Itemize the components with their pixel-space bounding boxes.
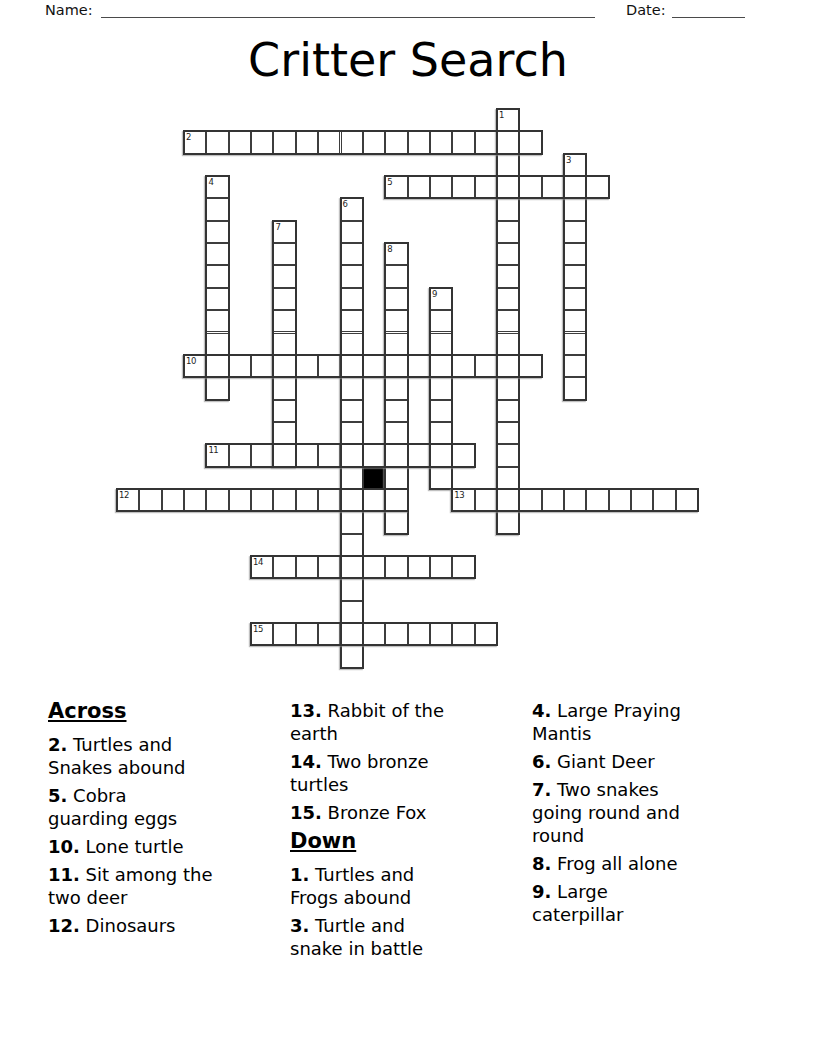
grid-cell[interactable]	[341, 511, 363, 533]
grid-cell[interactable]	[497, 400, 519, 422]
grid-cell[interactable]	[430, 400, 452, 422]
grid-cell[interactable]	[497, 377, 519, 399]
grid-cell[interactable]	[430, 288, 452, 310]
page-title: Critter Search	[0, 33, 816, 88]
grid-cell[interactable]	[184, 131, 206, 153]
grid-cell[interactable]	[341, 645, 363, 667]
grid-cell[interactable]	[631, 489, 653, 511]
grid-cell[interactable]	[318, 444, 340, 466]
grid-cell[interactable]	[273, 623, 295, 645]
grid-cell[interactable]	[430, 422, 452, 444]
grid-cell[interactable]	[296, 444, 318, 466]
clue-number-label: 14.	[290, 751, 322, 772]
grid-cell[interactable]	[341, 221, 363, 243]
grid-cell[interactable]	[497, 243, 519, 265]
grid-cell[interactable]	[385, 333, 407, 355]
grid-cell[interactable]	[341, 444, 363, 466]
grid-cell[interactable]	[564, 221, 586, 243]
grid-cell[interactable]	[497, 489, 519, 511]
grid-cell[interactable]	[318, 556, 340, 578]
grid-cell[interactable]	[363, 489, 385, 511]
grid-cell[interactable]	[452, 444, 474, 466]
grid-cell[interactable]	[341, 556, 363, 578]
grid-cell[interactable]	[206, 176, 228, 198]
clue-number-label: 7.	[532, 779, 551, 800]
grid-cell[interactable]	[519, 355, 541, 377]
grid-cell[interactable]	[385, 355, 407, 377]
grid-cell[interactable]	[564, 333, 586, 355]
grid-cell[interactable]	[341, 243, 363, 265]
grid-cell[interactable]	[564, 265, 586, 287]
grid-cell[interactable]	[273, 556, 295, 578]
grid-cell[interactable]	[586, 489, 608, 511]
grid-cell[interactable]	[341, 131, 363, 153]
grid-cell[interactable]	[139, 489, 161, 511]
grid-cell[interactable]	[273, 221, 295, 243]
clue-8: 8. Frog all alone	[532, 852, 760, 875]
grid-cell[interactable]	[385, 556, 407, 578]
grid-cell[interactable]	[341, 422, 363, 444]
grid-cell[interactable]	[497, 131, 519, 153]
clue-number-label: 3.	[290, 915, 309, 936]
grid-cell[interactable]	[251, 444, 273, 466]
grid-cell[interactable]	[273, 310, 295, 332]
grid-cell[interactable]	[296, 489, 318, 511]
grid-cell[interactable]	[318, 131, 340, 153]
grid-cell[interactable]	[206, 131, 228, 153]
grid-cell[interactable]	[385, 131, 407, 153]
grid-cell[interactable]	[497, 154, 519, 176]
clue-15: 15. Bronze Fox	[290, 801, 518, 824]
grid-cell[interactable]	[497, 422, 519, 444]
grid-cell[interactable]	[206, 310, 228, 332]
grid-cell[interactable]	[273, 355, 295, 377]
grid-cell[interactable]	[564, 377, 586, 399]
grid-cell[interactable]	[296, 623, 318, 645]
grid-cell[interactable]	[206, 377, 228, 399]
clue-5: 5. Cobraguarding eggs	[48, 784, 284, 830]
grid-cell[interactable]	[430, 176, 452, 198]
clue-7: 7. Two snakesgoing round andround	[532, 778, 760, 847]
grid-cell[interactable]	[609, 489, 631, 511]
grid-cell[interactable]	[408, 444, 430, 466]
grid-cell[interactable]	[542, 489, 564, 511]
grid-cell[interactable]	[341, 489, 363, 511]
grid-cell[interactable]	[184, 355, 206, 377]
crossword-grid: 123456789101112131415	[117, 109, 699, 669]
grid-cell[interactable]	[430, 355, 452, 377]
grid-cell[interactable]	[251, 623, 273, 645]
grid-cell[interactable]	[519, 176, 541, 198]
grid-cell[interactable]	[206, 444, 228, 466]
clue-number-label: 9.	[532, 881, 551, 902]
grid-cell[interactable]	[251, 131, 273, 153]
grid-cell[interactable]	[251, 355, 273, 377]
grid-cell[interactable]	[206, 489, 228, 511]
grid-cell[interactable]	[430, 333, 452, 355]
grid-cell[interactable]	[385, 176, 407, 198]
grid-cell[interactable]	[341, 601, 363, 623]
grid-cell[interactable]	[229, 489, 251, 511]
grid-cell[interactable]	[430, 467, 452, 489]
grid-cell[interactable]	[430, 623, 452, 645]
clue-number-label: 4.	[532, 700, 551, 721]
grid-cell[interactable]	[497, 176, 519, 198]
grid-cell[interactable]	[385, 377, 407, 399]
clue-13: 13. Rabbit of theearth	[290, 699, 518, 745]
grid-cell[interactable]	[385, 511, 407, 533]
clue-4: 4. Large PrayingMantis	[532, 699, 760, 745]
grid-cell[interactable]	[497, 109, 519, 131]
name-blank-line[interactable]	[101, 2, 595, 18]
grid-cell[interactable]	[206, 198, 228, 220]
grid-cell[interactable]	[564, 310, 586, 332]
grid-cell[interactable]	[475, 623, 497, 645]
grid-cell[interactable]	[497, 265, 519, 287]
grid-cell[interactable]	[341, 578, 363, 600]
grid-cell[interactable]	[564, 489, 586, 511]
grid-cell[interactable]	[341, 310, 363, 332]
grid-cell[interactable]	[206, 265, 228, 287]
grid-cell[interactable]	[229, 131, 251, 153]
grid-cell[interactable]	[564, 288, 586, 310]
clue-2: 2. Turtles andSnakes abound	[48, 733, 284, 779]
grid-cell[interactable]	[184, 489, 206, 511]
grid-cell[interactable]	[519, 489, 541, 511]
grid-cell[interactable]	[206, 243, 228, 265]
grid-cell[interactable]	[206, 221, 228, 243]
across-header: Across	[48, 699, 284, 724]
grid-cell[interactable]	[341, 467, 363, 489]
grid-cell[interactable]	[385, 265, 407, 287]
grid-cell[interactable]	[318, 489, 340, 511]
grid-cell[interactable]	[676, 489, 698, 511]
grid-cell[interactable]	[497, 355, 519, 377]
grid-cell[interactable]	[542, 176, 564, 198]
grid-cell[interactable]	[497, 288, 519, 310]
grid-cell[interactable]	[273, 243, 295, 265]
grid-cell[interactable]	[653, 489, 675, 511]
grid-cell[interactable]	[497, 198, 519, 220]
clue-14: 14. Two bronzeturtles	[290, 750, 518, 796]
date-blank-line[interactable]	[672, 2, 745, 18]
grid-cell[interactable]	[273, 400, 295, 422]
grid-cell[interactable]	[519, 131, 541, 153]
grid-cell[interactable]	[341, 377, 363, 399]
grid-cell[interactable]	[408, 131, 430, 153]
grid-cell[interactable]	[229, 444, 251, 466]
down-header: Down	[290, 829, 518, 854]
clues-column-1: Across2. Turtles andSnakes abound5. Cobr…	[48, 699, 284, 942]
grid-cell[interactable]	[385, 422, 407, 444]
clue-11: 11. Sit among thetwo deer	[48, 863, 284, 909]
grid-cell[interactable]	[452, 176, 474, 198]
clue-number-label: 6.	[532, 751, 551, 772]
grid-cell[interactable]	[430, 131, 452, 153]
grid-cell[interactable]	[497, 310, 519, 332]
clue-3: 3. Turtle andsnake in battle	[290, 914, 518, 960]
clue-1: 1. Turtles andFrogs abound	[290, 863, 518, 909]
grid-cell[interactable]	[273, 131, 295, 153]
clue-number-label: 10.	[48, 836, 80, 857]
grid-cell[interactable]	[318, 623, 340, 645]
grid-cell[interactable]	[341, 198, 363, 220]
grid-cell[interactable]	[385, 623, 407, 645]
grid-cell[interactable]	[273, 333, 295, 355]
grid-cell[interactable]	[117, 489, 139, 511]
grid-cell[interactable]	[408, 355, 430, 377]
grid-cell[interactable]	[497, 333, 519, 355]
grid-cell[interactable]	[273, 377, 295, 399]
grid-cell[interactable]	[341, 288, 363, 310]
grid-cell[interactable]	[452, 556, 474, 578]
grid-cell[interactable]	[363, 556, 385, 578]
grid-cell[interactable]	[162, 489, 184, 511]
grid-cell[interactable]	[296, 131, 318, 153]
date-label: Date:	[626, 2, 666, 18]
clue-9: 9. Largecaterpillar	[532, 880, 760, 926]
clues-column-2: 13. Rabbit of theearth14. Two bronzeturt…	[290, 699, 518, 965]
clues-column-3: 4. Large PrayingMantis6. Giant Deer7. Tw…	[532, 699, 760, 931]
clue-number-label: 5.	[48, 785, 67, 806]
clue-number-label: 13.	[290, 700, 322, 721]
grid-cell[interactable]	[273, 288, 295, 310]
grid-cell[interactable]	[475, 355, 497, 377]
grid-cell[interactable]	[475, 176, 497, 198]
grid-cell[interactable]	[564, 176, 586, 198]
grid-cell[interactable]	[564, 198, 586, 220]
grid-cell[interactable]	[564, 154, 586, 176]
clue-number-label: 8.	[532, 853, 551, 874]
grid-cell[interactable]	[273, 444, 295, 466]
clue-number-label: 11.	[48, 864, 80, 885]
grid-cell[interactable]	[363, 444, 385, 466]
grid-cell[interactable]	[273, 422, 295, 444]
grid-cell[interactable]	[296, 355, 318, 377]
grid-cell[interactable]	[586, 176, 608, 198]
clue-number-label: 1.	[290, 864, 309, 885]
grid-cell[interactable]	[318, 355, 340, 377]
clue-number-label: 2.	[48, 734, 67, 755]
grid-cell[interactable]	[497, 221, 519, 243]
grid-cell[interactable]	[564, 355, 586, 377]
clue-12: 12. Dinosaurs	[48, 914, 284, 937]
grid-cell[interactable]	[430, 377, 452, 399]
grid-cell[interactable]	[206, 333, 228, 355]
grid-cell[interactable]	[385, 243, 407, 265]
grid-cell[interactable]	[229, 355, 251, 377]
grid-cell[interactable]	[341, 265, 363, 287]
grid-cell[interactable]	[564, 243, 586, 265]
grid-cell[interactable]	[385, 288, 407, 310]
grid-cell[interactable]	[430, 310, 452, 332]
name-label: Name:	[45, 2, 93, 18]
grid-cell[interactable]	[206, 355, 228, 377]
grid-cell[interactable]	[363, 355, 385, 377]
grid-cell[interactable]	[497, 444, 519, 466]
clue-10: 10. Lone turtle	[48, 835, 284, 858]
grid-cell[interactable]	[475, 131, 497, 153]
grid-cell[interactable]	[430, 444, 452, 466]
grid-cell[interactable]	[273, 265, 295, 287]
grid-cell[interactable]	[497, 467, 519, 489]
grid-cell[interactable]	[452, 355, 474, 377]
clue-number-label: 15.	[290, 802, 322, 823]
grid-cell[interactable]	[341, 333, 363, 355]
grid-cell[interactable]	[385, 444, 407, 466]
clue-number-label: 12.	[48, 915, 80, 936]
grid-cell[interactable]	[385, 400, 407, 422]
grid-cell[interactable]	[341, 355, 363, 377]
grid-cell[interactable]	[363, 623, 385, 645]
grid-cell[interactable]	[408, 623, 430, 645]
black-cell	[363, 467, 385, 489]
grid-cell[interactable]	[341, 400, 363, 422]
grid-cell[interactable]	[206, 288, 228, 310]
grid-cell[interactable]	[408, 556, 430, 578]
clue-6: 6. Giant Deer	[532, 750, 760, 773]
grid-cell[interactable]	[341, 534, 363, 556]
grid-cell[interactable]	[497, 511, 519, 533]
grid-cell[interactable]	[385, 489, 407, 511]
grid-cell[interactable]	[452, 131, 474, 153]
grid-cell[interactable]	[385, 467, 407, 489]
grid-cell[interactable]	[273, 489, 295, 511]
grid-cell[interactable]	[341, 623, 363, 645]
grid-cell[interactable]	[452, 623, 474, 645]
grid-cell[interactable]	[408, 176, 430, 198]
grid-cell[interactable]	[475, 489, 497, 511]
grid-cell[interactable]	[296, 556, 318, 578]
grid-cell[interactable]	[363, 131, 385, 153]
grid-cell[interactable]	[251, 556, 273, 578]
grid-cell[interactable]	[430, 556, 452, 578]
grid-cell[interactable]	[251, 489, 273, 511]
grid-cell[interactable]	[452, 489, 474, 511]
grid-cell[interactable]	[385, 310, 407, 332]
